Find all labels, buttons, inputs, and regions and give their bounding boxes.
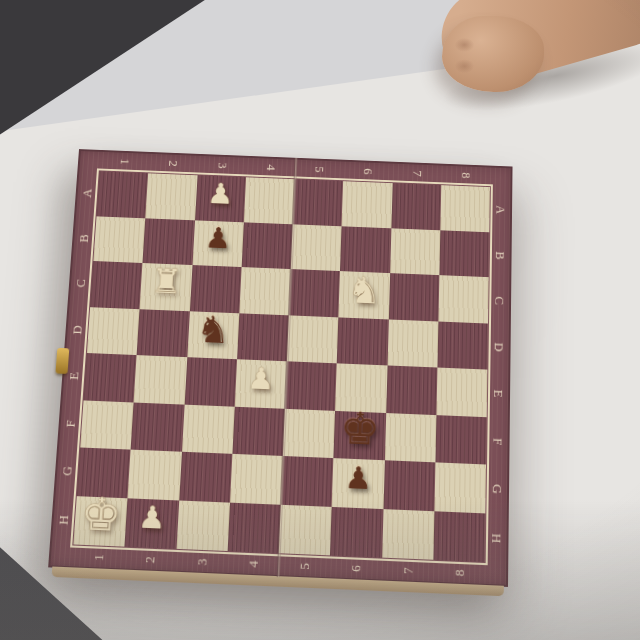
white-pawn-a3[interactable]: ♟ [207, 179, 235, 208]
square-e4[interactable]: ♟ [235, 359, 287, 408]
square-a3[interactable]: ♟ [195, 175, 246, 222]
square-f6[interactable]: ♚ [334, 410, 386, 460]
square-b2[interactable] [143, 218, 195, 265]
black-pawn-g6[interactable]: ♟ [344, 462, 372, 494]
square-c5[interactable] [289, 269, 340, 317]
square-f3[interactable] [181, 404, 234, 454]
coordinate-label: 7 [395, 544, 420, 597]
coordinate-label: 1 [112, 138, 137, 186]
square-d6[interactable] [337, 317, 388, 366]
coordinate-label: 2 [136, 533, 163, 586]
square-d7[interactable] [387, 319, 438, 368]
square-c7[interactable] [388, 273, 439, 321]
coordinate-label: A [477, 198, 524, 222]
coordinate-label: 2 [161, 140, 186, 188]
coordinate-label: 4 [239, 538, 265, 591]
coordinate-label: F [474, 428, 522, 453]
coordinate-label: E [475, 381, 523, 406]
coordinate-label: 8 [454, 152, 477, 200]
square-f4[interactable] [232, 406, 285, 456]
white-pawn-e4[interactable]: ♟ [247, 363, 275, 394]
coordinate-label: A [63, 181, 111, 204]
square-h1[interactable]: ♚ [73, 496, 127, 547]
coordinate-label: 8 [446, 546, 471, 599]
coordinate-label: C [476, 288, 523, 312]
square-b4[interactable] [241, 222, 292, 269]
black-king-f6[interactable]: ♚ [339, 407, 380, 453]
coordinate-label: C [56, 271, 104, 295]
coordinate-label: G [473, 476, 522, 501]
coordinate-label: B [477, 243, 524, 267]
square-d2[interactable] [137, 309, 190, 357]
square-f2[interactable] [131, 402, 184, 452]
coordinate-label: 7 [405, 150, 428, 198]
square-f5[interactable] [283, 408, 335, 458]
coordinate-label: D [53, 317, 102, 341]
file-labels-right: ABCDEFGH [485, 187, 513, 563]
chess-board: 12345678 12345678 ABCDEFGH ABCDEFGH ♟♟♜♞… [48, 149, 512, 587]
square-e7[interactable] [386, 365, 437, 414]
white-rook-c2[interactable]: ♜ [150, 265, 183, 300]
square-d5[interactable] [287, 315, 339, 363]
square-d3[interactable]: ♞ [187, 311, 239, 359]
coordinate-label: 5 [307, 146, 331, 194]
square-g2[interactable] [128, 450, 182, 500]
coordinate-label: H [472, 525, 521, 551]
square-g6[interactable]: ♟ [332, 458, 384, 508]
square-b7[interactable] [390, 228, 440, 275]
square-g7[interactable] [383, 460, 435, 511]
coordinate-label: 5 [291, 540, 317, 593]
square-c3[interactable] [189, 265, 241, 313]
coordinate-label: B [60, 226, 108, 250]
coordinate-label: 6 [356, 148, 380, 196]
coordinate-label: D [475, 334, 523, 358]
coordinate-label: 4 [258, 144, 282, 192]
coordinate-label: 6 [343, 542, 368, 595]
square-c2[interactable]: ♜ [140, 263, 192, 311]
square-d4[interactable] [237, 313, 289, 361]
square-e5[interactable] [285, 361, 337, 410]
white-knight-c6[interactable]: ♞ [347, 271, 382, 309]
coordinate-label: F [46, 411, 95, 436]
square-g3[interactable] [179, 452, 232, 502]
square-b6[interactable] [340, 226, 391, 273]
fist [442, 16, 544, 92]
square-c6[interactable]: ♞ [339, 271, 390, 319]
square-e3[interactable] [184, 357, 237, 406]
coordinate-label: 3 [188, 535, 214, 588]
square-g5[interactable] [281, 456, 334, 506]
white-pawn-h2[interactable]: ♟ [137, 502, 166, 534]
square-f7[interactable] [384, 413, 436, 463]
human-arm [440, 0, 640, 115]
brass-clasp-icon [55, 348, 69, 374]
white-king-h1[interactable]: ♚ [79, 493, 122, 540]
square-c4[interactable] [239, 267, 291, 315]
black-pawn-b3[interactable]: ♟ [204, 224, 232, 254]
coordinate-label: G [42, 458, 92, 483]
square-b5[interactable] [291, 224, 342, 271]
square-e2[interactable] [134, 355, 187, 404]
black-knight-d3[interactable]: ♞ [195, 311, 231, 349]
square-b3[interactable]: ♟ [192, 220, 244, 267]
square-g4[interactable] [230, 454, 283, 504]
